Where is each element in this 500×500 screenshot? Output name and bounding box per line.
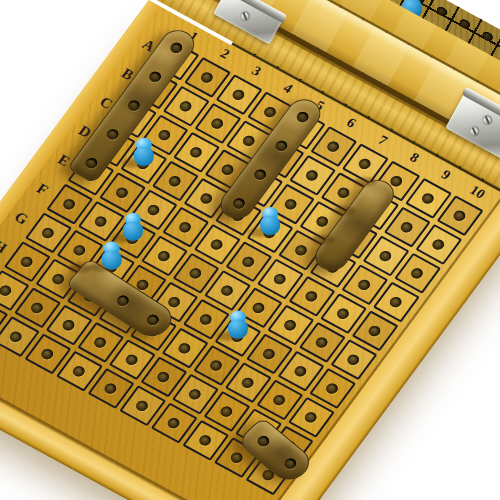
ship-peg-hole [252,168,268,182]
peg-red-C8[interactable] [344,185,366,213]
ship-peg-hole [231,196,247,210]
ship-peg-hole [145,313,161,327]
opponent-peg-hole [481,30,494,42]
peg-blue-G3[interactable] [101,242,123,270]
ship-peg-hole [255,434,271,448]
ship-peg-hole [147,70,163,84]
peg-red-H3[interactable] [79,243,101,271]
ship-peg-hole [115,294,131,308]
ship-peg-hole [273,139,289,153]
ship-peg-hole [295,110,311,124]
ship-peg-hole [105,127,121,141]
scene: 12345678910ABCDEFGHIJ [0,0,500,500]
peg-red-B8[interactable] [365,156,387,184]
peg-blue-F3[interactable] [122,213,144,241]
peg-blue-D6[interactable] [259,207,281,235]
ship-peg-hole [126,99,142,113]
screw-icon [238,9,252,23]
peg-blue-G7[interactable] [227,311,249,339]
peg-red-D8[interactable] [322,214,344,242]
screw-icon [468,124,482,138]
screw-icon [480,113,494,127]
opponent-peg-hole [435,5,448,17]
peg-blue-D2[interactable] [133,138,155,166]
ship-peg-hole [168,41,184,55]
ship-peg-hole [83,156,99,170]
ship-peg-hole [282,456,298,470]
opponent-peg-hole [458,18,471,30]
